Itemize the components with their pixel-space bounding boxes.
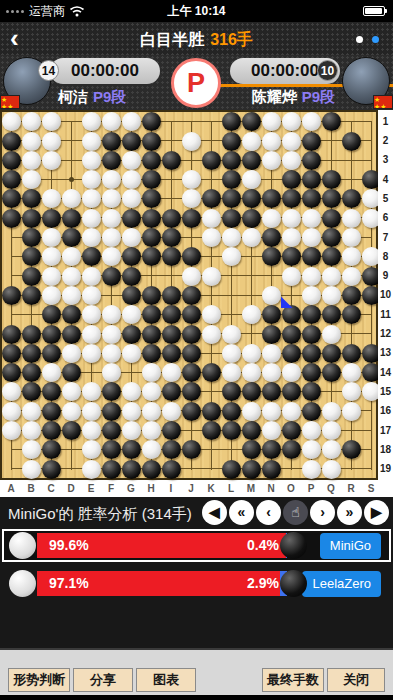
white-stone [22,421,41,440]
black-stone [122,286,141,305]
black-stone [182,305,201,324]
black-stone [222,382,241,401]
column-label: H [147,483,154,494]
white-stone [162,402,181,421]
black-stone [122,460,141,479]
row-label: 3 [378,154,393,165]
white-stone [102,344,121,363]
winrate-row-leelazero[interactable]: 97.1% 2.9% LeelaZero [2,567,391,600]
white-stone [82,151,101,170]
black-stone [102,402,121,421]
white-stone [62,189,81,208]
row-label: 7 [378,232,393,243]
white-stone [282,363,301,382]
position-judge-button[interactable]: 形势判断 [8,668,70,692]
white-stone [102,170,121,189]
white-stone [322,267,341,286]
white-stone [142,440,161,459]
black-stone [182,286,201,305]
column-label: M [247,483,255,494]
battery-icon [363,6,385,16]
china-flag-icon: ★★★ [373,95,393,109]
white-stone [302,112,321,131]
white-stone [122,228,141,247]
black-stone [282,440,301,459]
white-stone [142,421,161,440]
black-stone [222,209,241,228]
black-stone [182,363,201,382]
white-stone [322,440,341,459]
black-stone [242,421,261,440]
white-stone [82,132,101,151]
black-stone [322,189,341,208]
white-stone [262,112,281,131]
white-stone [42,151,61,170]
black-stone [182,402,201,421]
black-stone-icon [280,570,307,597]
black-stone [102,267,121,286]
white-stone [102,228,121,247]
white-stone [142,382,161,401]
black-stone [202,421,221,440]
go-app-screen: 运营商 上午 10:14 ‹ 白目半胜316手 ★★★ 14 00:00:00 … [0,0,393,700]
row-label: 13 [378,347,393,358]
black-stone [162,440,181,459]
black-stone [222,151,241,170]
black-stone [322,170,341,189]
row-label: 16 [378,405,393,416]
column-label: E [88,483,95,494]
bottom-toolbar: 形势判断 分享 图表 最终手数 关闭 [0,648,393,695]
white-stone [262,402,281,421]
white-stone [82,325,101,344]
black-stone [222,421,241,440]
pause-button[interactable]: P [171,58,221,108]
black-stone [102,151,121,170]
white-stone-icon [9,570,36,597]
white-stone [162,363,181,382]
black-stone [122,440,141,459]
winrate-analysis-panel: MiniGo'的 胜率分析 (314手) ◀ « ‹ ☝ › » ▶ 99.6%… [0,497,393,648]
column-label: B [27,483,34,494]
player-panel: ★★★ 14 00:00:00 P 00:00:00 10 ★★★ 柯洁P9段 … [0,55,393,110]
black-stone [342,132,361,151]
black-stone [302,363,321,382]
column-label: G [127,483,135,494]
black-stone [302,325,321,344]
black-stone [182,382,201,401]
column-label: C [47,483,54,494]
black-stone [142,344,161,363]
black-stone [202,151,221,170]
white-stone [262,151,281,170]
white-stone [222,344,241,363]
black-stone [342,344,361,363]
black-stone [222,402,241,421]
white-stone [242,170,261,189]
black-stone [122,209,141,228]
white-stone [242,305,261,324]
white-stone [102,363,121,382]
white-stone [22,460,41,479]
white-stone [42,286,61,305]
white-stone [122,189,141,208]
black-stone [162,247,181,266]
white-stone [262,286,281,305]
black-stone [262,228,281,247]
white-stone [302,440,321,459]
white-stone [282,267,301,286]
row-label: 2 [378,135,393,146]
white-stone [302,228,321,247]
black-stone [182,209,201,228]
black-stone [162,305,181,324]
final-moves-button[interactable]: 最终手数 [262,668,324,692]
black-stone [22,228,41,247]
jump-to-end-button[interactable]: ▶ [364,500,389,525]
white-stone [322,286,341,305]
jump-to-start-button[interactable]: ◀ [202,500,227,525]
hand-tool-button[interactable]: ☝ [283,500,308,525]
black-stone [142,189,161,208]
black-stone [302,170,321,189]
column-label: O [287,483,295,494]
black-stone [142,170,161,189]
result-text: 白目半胜 [140,31,204,48]
engine-button-leelazero[interactable]: LeelaZero [302,571,381,597]
black-stone [282,189,301,208]
black-stone [222,112,241,131]
column-label: I [170,483,173,494]
white-stone [202,209,221,228]
column-label: L [228,483,234,494]
black-stone [182,440,201,459]
analysis-title: MiniGo'的 胜率分析 (314手) [8,505,192,524]
white-stone [22,402,41,421]
black-stone [102,421,121,440]
black-stone [242,382,261,401]
black-stone [122,247,141,266]
black-stone [302,247,321,266]
black-stone [302,189,321,208]
black-player-rank: P9段 [93,88,126,105]
white-stone [322,460,341,479]
star-point [69,177,74,182]
white-stone [242,363,261,382]
black-stone [22,247,41,266]
white-stone [82,112,101,131]
black-stone [202,189,221,208]
game-result-title: 白目半胜316手 [0,30,393,51]
black-stone [142,151,161,170]
black-stone [342,286,361,305]
white-stone [222,228,241,247]
black-stone [42,325,61,344]
column-label: D [67,483,74,494]
row-label: 1 [378,116,393,127]
white-stone [82,286,101,305]
black-stone [182,325,201,344]
black-stone [262,247,281,266]
black-stone [162,228,181,247]
white-stone [82,228,101,247]
black-stone [242,440,261,459]
white-stone [342,247,361,266]
black-stone [282,421,301,440]
black-stone [162,421,181,440]
black-stone [162,460,181,479]
black-stone [262,189,281,208]
black-stone [142,325,161,344]
black-timer: 00:00:00 [50,58,160,84]
black-stone [2,344,21,363]
black-stone [162,151,181,170]
white-stone [62,247,81,266]
white-stone [322,402,341,421]
winrate-bar: 99.6% 0.4% [37,533,287,558]
white-stone [82,382,101,401]
black-stone [62,228,81,247]
black-stone [102,132,121,151]
white-stone [182,132,201,151]
row-label: 14 [378,367,393,378]
white-stone [102,325,121,344]
white-stone [22,151,41,170]
black-stone [2,151,21,170]
black-stone [282,325,301,344]
black-stone [282,247,301,266]
black-stone [82,247,101,266]
column-label: N [267,483,274,494]
black-stone [62,209,81,228]
white-stone [182,170,201,189]
engine-button-minigo[interactable]: MiniGo [320,533,381,559]
black-stone [62,305,81,324]
black-stone [202,363,221,382]
column-label: S [368,483,375,494]
close-button[interactable]: 关闭 [327,668,385,692]
white-stone [2,421,21,440]
status-time: 上午 10:14 [0,3,393,20]
step-forward-button[interactable]: › [310,500,335,525]
white-stone [222,363,241,382]
white-stone [182,267,201,286]
white-stone [282,132,301,151]
black-stone [42,344,61,363]
white-stone [142,402,161,421]
white-stone [122,305,141,324]
row-coordinates: 12345678910111213141516171819 [378,110,393,497]
black-stone [282,382,301,401]
step-backward-button[interactable]: ‹ [256,500,281,525]
column-label: Q [327,483,335,494]
white-stone [302,421,321,440]
white-stone [62,382,81,401]
black-stone [142,305,161,324]
column-label: K [207,483,214,494]
white-stone [242,132,261,151]
white-stone [22,112,41,131]
black-stone [2,170,21,189]
white-stone [122,344,141,363]
nav-bar: ‹ 白目半胜316手 [0,22,393,55]
white-stone [242,228,261,247]
white-stone [342,228,361,247]
row-label: 9 [378,270,393,281]
black-stone [322,228,341,247]
black-stone [242,151,261,170]
black-stone [22,189,41,208]
white-stone [342,267,361,286]
white-stone [2,402,21,421]
black-stone [142,209,161,228]
white-stone [62,402,81,421]
white-player-name: 陈耀烨P9段 [252,88,335,107]
black-stone [122,325,141,344]
black-stone [142,112,161,131]
black-stone [342,440,361,459]
white-capture-count: 10 [317,60,338,81]
share-button[interactable]: 分享 [73,668,133,692]
white-stone [282,402,301,421]
black-stone [242,189,261,208]
replay-controls: ◀ « ‹ ☝ › » ▶ [202,500,389,525]
black-stone [102,382,121,401]
black-player-name: 柯洁P9段 [58,88,126,107]
white-stone [2,382,21,401]
white-stone [202,305,221,324]
black-stone [22,382,41,401]
white-stone [282,209,301,228]
black-stone [162,209,181,228]
black-stone [42,421,61,440]
column-label: R [347,483,354,494]
white-stone [102,305,121,324]
white-stone [222,247,241,266]
page-indicator[interactable] [356,36,379,43]
white-stone [282,112,301,131]
black-stone [62,421,81,440]
row-label: 17 [378,425,393,436]
white-stone [342,382,361,401]
black-stone [322,305,341,324]
white-stone [42,267,61,286]
move-count: 316手 [210,31,253,48]
black-stone [282,344,301,363]
black-stone [222,189,241,208]
black-stone [302,305,321,324]
white-stone [202,325,221,344]
row-label: 6 [378,212,393,223]
white-stone [342,209,361,228]
white-stone [42,363,61,382]
white-stone [122,151,141,170]
black-stone [222,170,241,189]
white-stone [302,460,321,479]
column-label: A [7,483,14,494]
white-stone [322,325,341,344]
white-stone [22,170,41,189]
white-stone [262,344,281,363]
black-stone [322,344,341,363]
white-stone [102,247,121,266]
white-stone [282,151,301,170]
black-stone [222,460,241,479]
black-stone [2,325,21,344]
white-stone [82,460,101,479]
white-stone [82,305,101,324]
black-stone-icon [280,532,307,559]
white-stone [82,402,101,421]
black-stone [302,132,321,151]
white-stone-icon [9,532,36,559]
column-label: F [108,483,114,494]
fast-forward-button[interactable]: » [337,500,362,525]
white-stone [202,267,221,286]
white-stone [342,402,361,421]
white-stone [42,112,61,131]
black-stone [182,247,201,266]
black-stone [162,325,181,344]
white-stone [322,421,341,440]
white-stone [22,132,41,151]
black-stone [42,460,61,479]
white-stone [302,286,321,305]
white-stone [182,189,201,208]
row-label: 10 [378,289,393,300]
black-stone [322,209,341,228]
status-bar: 运营商 上午 10:14 [0,0,393,22]
white-stone [42,247,61,266]
white-stone [62,286,81,305]
white-stone [342,363,361,382]
winrate-bar: 97.1% 2.9% [37,571,287,596]
black-stone [302,344,321,363]
white-stone [122,421,141,440]
black-stone [22,286,41,305]
black-stone [262,460,281,479]
black-capture-count: 14 [38,60,59,81]
black-stone [22,344,41,363]
china-flag-icon: ★★★ [0,95,20,109]
white-stone [82,440,101,459]
black-stone [222,132,241,151]
black-stone [142,228,161,247]
column-label: J [188,483,194,494]
white-stone [222,325,241,344]
white-stone [242,402,261,421]
black-stone [262,325,281,344]
black-stone [42,382,61,401]
black-winrate: 0.4% [247,537,279,553]
black-stone [42,305,61,324]
white-stone [282,228,301,247]
black-stone [2,363,21,382]
go-board[interactable] [0,110,378,480]
row-label: 8 [378,251,393,262]
column-coordinates: ABCDEFGHIJKLMNOPQRS [0,482,378,497]
row-label: 11 [378,309,393,320]
black-stone [62,363,81,382]
fast-backward-button[interactable]: « [229,500,254,525]
row-label: 19 [378,463,393,474]
white-stone [122,112,141,131]
chart-button[interactable]: 图表 [136,668,196,692]
white-stone [82,189,101,208]
black-stone [142,286,161,305]
winrate-row-minigo[interactable]: 99.6% 0.4% MiniGo [2,529,391,562]
black-stone [242,209,261,228]
